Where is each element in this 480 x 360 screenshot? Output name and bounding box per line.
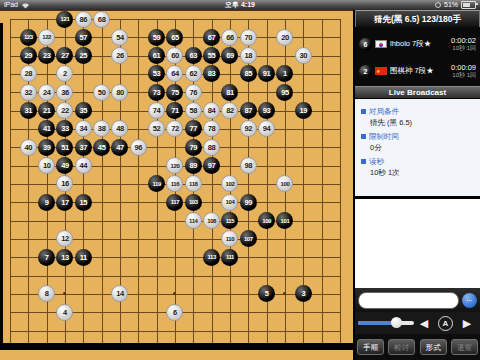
time-limit-label: 限制时间 <box>361 131 474 142</box>
toolbar-button-检讨[interactable]: 检讨 <box>388 339 415 355</box>
black-stone-9: 9 <box>38 194 55 211</box>
white-stone-82: 82 <box>221 102 238 119</box>
white-stone-120: 120 <box>166 157 183 174</box>
white-stone-30: 30 <box>295 47 312 64</box>
black-stone-91: 91 <box>258 65 275 82</box>
black-stone-123: 123 <box>20 29 37 46</box>
white-stone-12: 12 <box>56 230 73 247</box>
bullet-square-icon <box>361 159 366 164</box>
white-stone-52: 52 <box>148 120 165 137</box>
black-stone-39: 39 <box>38 139 55 156</box>
white-stone-28: 28 <box>20 65 37 82</box>
black-stone-113: 113 <box>203 249 220 266</box>
black-stone-51: 51 <box>56 139 73 156</box>
black-stone-13: 13 <box>56 249 73 266</box>
black-stone-5: 5 <box>258 285 275 302</box>
white-stone-10: 10 <box>38 157 55 174</box>
black-stone-1: 1 <box>276 65 293 82</box>
black-stone-17: 17 <box>56 194 73 211</box>
app-screen: iPad 오후 4:19 51% 12186681231225754596567… <box>0 0 480 360</box>
white-stone-86: 86 <box>75 11 92 28</box>
player-name: 围棋神 7段★ <box>390 66 448 76</box>
black-stone-23: 23 <box>38 47 55 64</box>
send-chat-button[interactable]: ··· <box>462 293 477 308</box>
black-stone-41: 41 <box>38 120 55 137</box>
black-stone-117: 117 <box>166 194 183 211</box>
slider-thumb[interactable] <box>391 317 402 328</box>
black-stone-95: 95 <box>276 84 293 101</box>
clock-byoyomi: 10秒 1回 <box>451 72 476 79</box>
condition-label: 对局条件 <box>361 106 474 117</box>
white-stone-116: 116 <box>166 175 183 192</box>
device-label: iPad <box>4 0 18 10</box>
black-stone-31: 31 <box>20 102 37 119</box>
board-bottom-edge <box>0 343 353 350</box>
black-stone-65: 65 <box>166 29 183 46</box>
auto-button[interactable]: A <box>438 316 453 331</box>
game-conditions-panel: 对局条件 猜先 (黑 6.5) 限制时间 0分 读秒 10秒 1次 <box>355 99 480 196</box>
black-stone-75: 75 <box>166 84 183 101</box>
bottom-toolbar: 手顺检讨形式退室 <box>355 334 480 360</box>
white-stone-84: 84 <box>203 102 220 119</box>
live-broadcast-header: Live Broadcast <box>355 86 480 99</box>
player-row-black[interactable]: 6 lhbolo 7段★ 0:00:02 10秒 1回 <box>355 32 480 56</box>
player-row-white[interactable]: 2 ★ 围棋神 7段★ 0:00:09 10秒 1回 <box>355 59 480 83</box>
black-stone-55: 55 <box>203 47 220 64</box>
white-stone-118: 118 <box>185 175 202 192</box>
grid-line-horizontal <box>10 331 340 332</box>
black-stone-15: 15 <box>75 194 92 211</box>
status-bar: iPad 오후 4:19 51% <box>0 0 480 10</box>
black-stone-35: 35 <box>75 102 92 119</box>
white-stone-38: 38 <box>93 120 110 137</box>
player-clock: 0:00:09 10秒 1回 <box>451 64 476 79</box>
condition-value: 猜先 (黑 6.5) <box>361 117 474 128</box>
white-stone-26: 26 <box>111 47 128 64</box>
white-stone-58: 58 <box>185 102 202 119</box>
black-stone-47: 47 <box>111 139 128 156</box>
toolbar-button-退室[interactable]: 退室 <box>451 339 478 355</box>
black-stone-59: 59 <box>148 29 165 46</box>
black-stone-19: 19 <box>295 102 312 119</box>
white-stone-40: 40 <box>20 139 37 156</box>
toolbar-button-形式[interactable]: 形式 <box>420 339 447 355</box>
black-stone-77: 77 <box>185 120 202 137</box>
black-stone-103: 103 <box>185 194 202 211</box>
white-stone-92: 92 <box>240 120 257 137</box>
player-clock: 0:00:02 10秒 1回 <box>451 37 476 52</box>
white-stone-6: 6 <box>166 304 183 321</box>
black-stone-61: 61 <box>148 47 165 64</box>
grid-line-vertical <box>322 19 323 349</box>
korea-flag-icon <box>375 40 387 48</box>
black-stone-99: 99 <box>240 194 257 211</box>
black-stone-33: 33 <box>56 120 73 137</box>
white-stone-76: 76 <box>185 84 202 101</box>
clock-main: 0:00:02 <box>451 37 476 45</box>
white-stone-32: 32 <box>20 84 37 101</box>
black-stone-3: 3 <box>295 285 312 302</box>
clock-main: 0:00:09 <box>451 64 476 72</box>
white-stone-2: 2 <box>56 65 73 82</box>
status-clock: 오후 4:19 <box>0 0 480 10</box>
black-stone-25: 25 <box>75 47 92 64</box>
white-stone-68: 68 <box>93 11 110 28</box>
grid-line-vertical <box>340 19 341 349</box>
white-stone-badge: 2 <box>359 65 372 78</box>
white-stone-22: 22 <box>56 102 73 119</box>
black-stone-85: 85 <box>240 65 257 82</box>
slider-fill <box>358 321 396 325</box>
black-stone-11: 11 <box>75 249 92 266</box>
forward-button[interactable]: ▶ <box>457 312 477 334</box>
black-stone-27: 27 <box>56 47 73 64</box>
clock-byoyomi: 10秒 1回 <box>451 45 476 52</box>
white-stone-98: 98 <box>240 157 257 174</box>
black-stone-87: 87 <box>240 102 257 119</box>
white-stone-96: 96 <box>130 139 147 156</box>
white-stone-50: 50 <box>93 84 110 101</box>
black-stone-67: 67 <box>203 29 220 46</box>
white-stone-74: 74 <box>148 102 165 119</box>
black-stone-49: 49 <box>56 157 73 174</box>
white-stone-94: 94 <box>258 120 275 137</box>
white-stone-104: 104 <box>221 194 238 211</box>
black-stone-7: 7 <box>38 249 55 266</box>
black-stone-53: 53 <box>148 65 165 82</box>
white-stone-100: 100 <box>276 175 293 192</box>
white-stone-122: 122 <box>38 29 55 46</box>
black-stone-83: 83 <box>203 65 220 82</box>
black-stone-107: 107 <box>240 230 257 247</box>
rotation-lock-icon <box>435 2 441 8</box>
white-stone-80: 80 <box>111 84 128 101</box>
time-limit-label-text: 限制时间 <box>369 132 399 142</box>
battery-percent: 51% <box>444 0 458 10</box>
white-stone-16: 16 <box>56 175 73 192</box>
white-stone-8: 8 <box>38 285 55 302</box>
battery-icon <box>461 1 476 9</box>
toolbar-button-手顺[interactable]: 手顺 <box>357 339 384 355</box>
white-stone-108: 108 <box>203 212 220 229</box>
black-stone-109: 109 <box>258 212 275 229</box>
black-stone-81: 81 <box>221 84 238 101</box>
white-stone-48: 48 <box>111 120 128 137</box>
white-stone-88: 88 <box>203 139 220 156</box>
bullet-square-icon <box>361 134 366 139</box>
white-stone-64: 64 <box>166 65 183 82</box>
move-slider[interactable] <box>358 321 414 325</box>
white-stone-20: 20 <box>276 29 293 46</box>
go-board[interactable]: 1218668123122575459656766702029232725266… <box>0 10 353 360</box>
black-stone-97: 97 <box>203 157 220 174</box>
replay-controls: ◀ A ▶ <box>355 312 480 334</box>
condition-label-text: 对局条件 <box>369 107 399 117</box>
chat-input-bar: ··· <box>355 288 480 312</box>
back-button[interactable]: ◀ <box>414 312 434 334</box>
white-stone-60: 60 <box>166 47 183 64</box>
game-title: 猜先(黑 6.5) 123/180手 <box>355 10 480 27</box>
black-stone-121: 121 <box>56 11 73 28</box>
black-stone-79: 79 <box>185 139 202 156</box>
black-stone-101: 101 <box>276 212 293 229</box>
grid-line-horizontal <box>10 276 340 277</box>
black-stone-69: 69 <box>221 47 238 64</box>
black-stone-73: 73 <box>148 84 165 101</box>
time-limit-value: 0分 <box>361 142 474 153</box>
status-left: iPad <box>4 0 30 10</box>
black-stone-29: 29 <box>20 47 37 64</box>
byoyomi-label: 读秒 <box>361 156 474 167</box>
white-stone-14: 14 <box>111 285 128 302</box>
byoyomi-label-text: 读秒 <box>369 157 384 167</box>
white-stone-24: 24 <box>38 84 55 101</box>
player-name: lhbolo 7段★ <box>390 39 448 49</box>
white-stone-18: 18 <box>240 47 257 64</box>
black-stone-111: 111 <box>221 249 238 266</box>
chat-input[interactable] <box>358 292 459 309</box>
white-stone-78: 78 <box>203 120 220 137</box>
wifi-icon <box>21 2 30 9</box>
status-right: 51% <box>435 0 476 10</box>
byoyomi-value: 10秒 1次 <box>361 167 474 178</box>
bullet-square-icon <box>361 109 366 114</box>
white-stone-70: 70 <box>240 29 257 46</box>
white-stone-54: 54 <box>111 29 128 46</box>
black-stone-115: 115 <box>221 212 238 229</box>
white-stone-110: 110 <box>221 230 238 247</box>
black-stone-badge: 6 <box>359 38 372 51</box>
white-stone-114: 114 <box>185 212 202 229</box>
black-stone-21: 21 <box>38 102 55 119</box>
white-stone-36: 36 <box>56 84 73 101</box>
white-stone-4: 4 <box>56 304 73 321</box>
black-stone-45: 45 <box>93 139 110 156</box>
china-flag-icon: ★ <box>375 67 387 75</box>
white-stone-66: 66 <box>221 29 238 46</box>
black-stone-71: 71 <box>166 102 183 119</box>
black-stone-63: 63 <box>185 47 202 64</box>
white-stone-44: 44 <box>75 157 92 174</box>
white-stone-34: 34 <box>75 120 92 137</box>
black-stone-89: 89 <box>185 157 202 174</box>
white-stone-72: 72 <box>166 120 183 137</box>
white-stone-62: 62 <box>185 65 202 82</box>
black-stone-37: 37 <box>75 139 92 156</box>
chat-message-area[interactable] <box>355 199 480 288</box>
black-stone-119: 119 <box>148 175 165 192</box>
black-stone-93: 93 <box>258 102 275 119</box>
black-stone-57: 57 <box>75 29 92 46</box>
white-stone-102: 102 <box>221 175 238 192</box>
sidebar: 猜先(黑 6.5) 123/180手 6 lhbolo 7段★ 0:00:02 … <box>355 10 480 360</box>
board-left-edge <box>0 23 3 350</box>
